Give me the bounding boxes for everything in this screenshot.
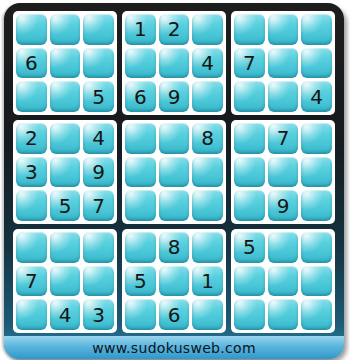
cell-r5c4[interactable]	[125, 157, 156, 188]
cell-r4c9[interactable]	[301, 123, 332, 154]
cell-r6c6[interactable]	[192, 190, 223, 221]
cell-r5c6[interactable]	[192, 157, 223, 188]
cell-r5c7[interactable]	[234, 157, 265, 188]
cell-r3c7[interactable]	[234, 81, 265, 112]
cell-r2c9[interactable]	[301, 48, 332, 79]
cell-r4c3: 4	[83, 123, 114, 154]
cell-r6c4[interactable]	[125, 190, 156, 221]
cell-r8c8[interactable]	[268, 266, 299, 297]
cell-r9c7[interactable]	[234, 299, 265, 330]
sudoku-box-1: 65	[13, 11, 117, 115]
cell-r2c5[interactable]	[159, 48, 190, 79]
cell-r9c4[interactable]	[125, 299, 156, 330]
cell-r9c3: 3	[83, 299, 114, 330]
cell-r4c4[interactable]	[125, 123, 156, 154]
cell-r1c1[interactable]	[16, 14, 47, 45]
cell-r5c1: 3	[16, 157, 47, 188]
cell-r2c8[interactable]	[268, 48, 299, 79]
sudoku-grid: 65124697424395787974385165	[12, 11, 336, 333]
sudoku-box-8: 8516	[122, 229, 226, 333]
cell-r6c8: 9	[268, 190, 299, 221]
cell-r5c9[interactable]	[301, 157, 332, 188]
sudoku-board: 65124697424395787974385165 www.sudokuswe…	[4, 3, 344, 359]
cell-r8c2[interactable]	[50, 266, 81, 297]
cell-r4c1: 2	[16, 123, 47, 154]
cell-r5c5[interactable]	[159, 157, 190, 188]
cell-r7c8[interactable]	[268, 232, 299, 263]
cell-r5c3: 9	[83, 157, 114, 188]
cell-r7c1[interactable]	[16, 232, 47, 263]
cell-r6c9[interactable]	[301, 190, 332, 221]
cell-r1c3[interactable]	[83, 14, 114, 45]
cell-r6c5[interactable]	[159, 190, 190, 221]
cell-r3c5: 9	[159, 81, 190, 112]
cell-r7c7: 5	[234, 232, 265, 263]
cell-r8c4: 5	[125, 266, 156, 297]
cell-r2c3[interactable]	[83, 48, 114, 79]
cell-r7c9[interactable]	[301, 232, 332, 263]
cell-r4c8: 7	[268, 123, 299, 154]
cell-r9c1[interactable]	[16, 299, 47, 330]
cell-r1c6[interactable]	[192, 14, 223, 45]
cell-r3c4: 6	[125, 81, 156, 112]
cell-r8c7[interactable]	[234, 266, 265, 297]
cell-r6c3: 7	[83, 190, 114, 221]
cell-r1c9[interactable]	[301, 14, 332, 45]
cell-r5c2[interactable]	[50, 157, 81, 188]
cell-r9c5: 6	[159, 299, 190, 330]
cell-r8c1: 7	[16, 266, 47, 297]
cell-r8c9[interactable]	[301, 266, 332, 297]
cell-r2c2[interactable]	[50, 48, 81, 79]
cell-r4c2[interactable]	[50, 123, 81, 154]
sudoku-box-3: 74	[231, 11, 335, 115]
cell-r8c6: 1	[192, 266, 223, 297]
cell-r3c2[interactable]	[50, 81, 81, 112]
sudoku-box-9: 5	[231, 229, 335, 333]
cell-r8c3[interactable]	[83, 266, 114, 297]
cell-r3c9: 4	[301, 81, 332, 112]
cell-r9c8[interactable]	[268, 299, 299, 330]
cell-r5c8[interactable]	[268, 157, 299, 188]
cell-r9c9[interactable]	[301, 299, 332, 330]
page: 65124697424395787974385165 www.sudokuswe…	[0, 0, 350, 360]
cell-r1c4: 1	[125, 14, 156, 45]
cell-r3c3: 5	[83, 81, 114, 112]
cell-r6c1[interactable]	[16, 190, 47, 221]
cell-r7c2[interactable]	[50, 232, 81, 263]
cell-r2c4[interactable]	[125, 48, 156, 79]
cell-r1c8[interactable]	[268, 14, 299, 45]
cell-r1c7[interactable]	[234, 14, 265, 45]
sudoku-box-6: 79	[231, 120, 335, 224]
cell-r7c5: 8	[159, 232, 190, 263]
cell-r3c6[interactable]	[192, 81, 223, 112]
cell-r2c1: 6	[16, 48, 47, 79]
cell-r3c8[interactable]	[268, 81, 299, 112]
cell-r7c6[interactable]	[192, 232, 223, 263]
cell-r7c4[interactable]	[125, 232, 156, 263]
cell-r7c3[interactable]	[83, 232, 114, 263]
sudoku-box-7: 743	[13, 229, 117, 333]
cell-r2c7: 7	[234, 48, 265, 79]
sudoku-box-5: 8	[122, 120, 226, 224]
website-link[interactable]: www.sudokusweb.com	[92, 340, 256, 356]
cell-r4c7[interactable]	[234, 123, 265, 154]
sudoku-box-2: 12469	[122, 11, 226, 115]
sudoku-box-4: 243957	[13, 120, 117, 224]
cell-r4c5[interactable]	[159, 123, 190, 154]
cell-r2c6: 4	[192, 48, 223, 79]
cell-r3c1[interactable]	[16, 81, 47, 112]
cell-r1c5: 2	[159, 14, 190, 45]
cell-r9c2: 4	[50, 299, 81, 330]
cell-r8c5[interactable]	[159, 266, 190, 297]
cell-r1c2[interactable]	[50, 14, 81, 45]
cell-r6c2: 5	[50, 190, 81, 221]
cell-r9c6[interactable]	[192, 299, 223, 330]
cell-r4c6: 8	[192, 123, 223, 154]
cell-r6c7[interactable]	[234, 190, 265, 221]
footer-bar: www.sudokusweb.com	[4, 336, 344, 359]
